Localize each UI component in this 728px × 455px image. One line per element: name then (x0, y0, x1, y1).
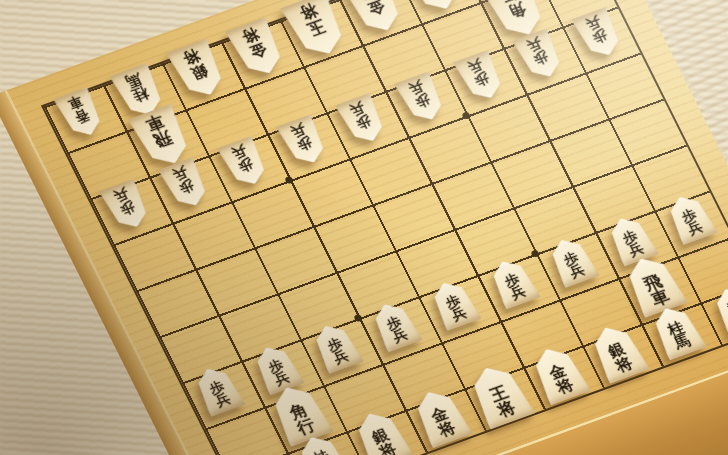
scene: 香車桂馬銀将金将玉将金将銀将桂馬香車飛車角行歩兵歩兵歩兵歩兵歩兵歩兵歩兵歩兵歩兵… (0, 0, 728, 455)
piece-kanji: 兵 (272, 370, 292, 388)
piece-kanji: 兵 (331, 349, 351, 367)
piece-sente-pawn[interactable]: 歩兵 (426, 277, 481, 331)
piece-gote-pawn[interactable]: 歩兵 (98, 179, 153, 233)
piece-kanji: 将 (554, 377, 576, 397)
piece-kanji: 車 (65, 94, 85, 112)
piece-kanji: 兵 (288, 122, 308, 140)
piece-gote-pawn[interactable]: 歩兵 (275, 114, 330, 168)
piece-sente-pawn[interactable]: 歩兵 (662, 191, 717, 245)
piece-sente-pawn[interactable]: 歩兵 (190, 363, 245, 417)
piece-kanji: 馬 (122, 70, 143, 89)
piece-kanji: 将 (495, 399, 519, 420)
piece-kanji: 将 (296, 1, 320, 22)
piece-sente-pawn[interactable]: 歩兵 (544, 234, 599, 288)
piece-gote-pawn[interactable]: 歩兵 (334, 93, 389, 147)
piece-kanji: 将 (436, 420, 458, 440)
piece-gote-silver-general[interactable]: 銀将 (165, 38, 230, 101)
piece-kanji: 兵 (583, 14, 603, 32)
piece-gote-pawn[interactable]: 歩兵 (570, 7, 625, 61)
piece-kanji: 兵 (686, 220, 706, 238)
piece-kanji: 兵 (170, 165, 190, 183)
piece-gote-gold-general[interactable]: 金将 (342, 0, 407, 37)
piece-kanji: 兵 (465, 57, 485, 75)
piece-kanji: 兵 (391, 327, 411, 345)
piece-sente-pawn[interactable]: 歩兵 (367, 298, 422, 352)
piece-sente-lance[interactable]: 香車 (709, 283, 728, 337)
piece-kanji: 兵 (450, 306, 470, 324)
piece-kanji: 車 (142, 112, 166, 133)
piece-kanji: 兵 (509, 284, 529, 302)
piece-sente-silver-general[interactable]: 銀将 (349, 406, 414, 455)
piece-kanji: 兵 (111, 186, 131, 204)
piece-gote-silver-general[interactable]: 銀将 (401, 0, 466, 16)
piece-gote-king[interactable]: 玉将 (280, 0, 352, 61)
piece-sente-gold-general[interactable]: 金将 (408, 385, 473, 448)
piece-sente-pawn[interactable]: 歩兵 (308, 320, 363, 374)
piece-kanji: 兵 (627, 241, 647, 259)
piece-kanji: 兵 (406, 79, 426, 97)
piece-kanji: 兵 (347, 100, 367, 118)
piece-kanji: 将 (180, 47, 202, 67)
piece-sente-gold-general[interactable]: 金将 (526, 342, 591, 405)
piece-gote-pawn[interactable]: 歩兵 (393, 71, 448, 125)
piece-kanji: 馬 (672, 334, 693, 353)
piece-kanji: 将 (377, 441, 399, 455)
piece-kanji: 兵 (568, 263, 588, 281)
piece-gote-pawn[interactable]: 歩兵 (216, 136, 271, 190)
piece-gote-pawn[interactable]: 歩兵 (452, 50, 507, 104)
piece-kanji: 兵 (524, 36, 544, 54)
piece-gote-gold-general[interactable]: 金将 (224, 17, 289, 80)
piece-kanji: 桂 (311, 449, 332, 455)
piece-gote-lance[interactable]: 香車 (53, 87, 107, 141)
piece-kanji: 兵 (229, 143, 249, 161)
piece-kanji: 将 (239, 25, 261, 45)
piece-kanji: 将 (613, 355, 635, 375)
piece-kanji: 兵 (213, 392, 233, 410)
piece-sente-king[interactable]: 王将 (464, 360, 536, 430)
piece-sente-silver-general[interactable]: 銀将 (585, 320, 650, 383)
piece-sente-pawn[interactable]: 歩兵 (485, 255, 540, 309)
